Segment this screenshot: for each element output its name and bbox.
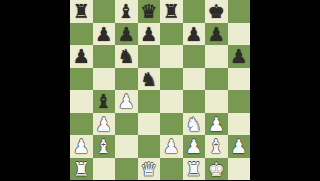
square-e5[interactable] xyxy=(160,68,183,91)
piece-white-pawn[interactable]: ♟ xyxy=(95,113,112,135)
piece-white-bishop[interactable]: ♝ xyxy=(95,135,112,157)
piece-white-knight[interactable]: ♞ xyxy=(185,113,202,135)
piece-white-pawn[interactable]: ♟ xyxy=(230,135,247,157)
square-h5[interactable] xyxy=(228,68,251,91)
piece-white-pawn[interactable]: ♟ xyxy=(73,135,90,157)
piece-black-pawn[interactable]: ♟ xyxy=(185,23,202,45)
square-a4[interactable] xyxy=(70,90,93,113)
square-d3[interactable] xyxy=(138,113,161,136)
piece-black-pawn[interactable]: ♟ xyxy=(73,45,90,67)
square-g7[interactable]: ♟ xyxy=(205,23,228,46)
square-f8[interactable] xyxy=(183,0,206,23)
piece-black-knight[interactable]: ♞ xyxy=(140,68,157,90)
square-g6[interactable] xyxy=(205,45,228,68)
square-f6[interactable] xyxy=(183,45,206,68)
piece-white-pawn[interactable]: ♟ xyxy=(118,90,135,112)
piece-black-knight[interactable]: ♞ xyxy=(118,45,135,67)
piece-black-pawn[interactable]: ♟ xyxy=(140,23,157,45)
square-e4[interactable] xyxy=(160,90,183,113)
square-h6[interactable]: ♟ xyxy=(228,45,251,68)
square-h8[interactable] xyxy=(228,0,251,23)
piece-black-pawn[interactable]: ♟ xyxy=(208,23,225,45)
square-b3[interactable]: ♟ xyxy=(93,113,116,136)
square-a6[interactable]: ♟ xyxy=(70,45,93,68)
piece-black-bishop[interactable]: ♝ xyxy=(95,90,112,112)
square-c7[interactable]: ♟ xyxy=(115,23,138,46)
piece-white-king[interactable]: ♚ xyxy=(208,158,225,180)
piece-black-rook[interactable]: ♜ xyxy=(163,0,180,22)
piece-white-pawn[interactable]: ♟ xyxy=(208,113,225,135)
square-f3[interactable]: ♞ xyxy=(183,113,206,136)
square-e1[interactable] xyxy=(160,158,183,181)
square-d5[interactable]: ♞ xyxy=(138,68,161,91)
square-b8[interactable] xyxy=(93,0,116,23)
square-c2[interactable] xyxy=(115,135,138,158)
square-b4[interactable]: ♝ xyxy=(93,90,116,113)
square-b1[interactable] xyxy=(93,158,116,181)
app-screen: ♜♝♛♜♚♟♟♟♟♟♟♞♟♞♝♟♟♞♟♟♝♟♟♝♟♜♛♜♚ xyxy=(0,0,320,180)
square-d4[interactable] xyxy=(138,90,161,113)
square-f2[interactable]: ♟ xyxy=(183,135,206,158)
square-h7[interactable] xyxy=(228,23,251,46)
square-d2[interactable] xyxy=(138,135,161,158)
square-a1[interactable]: ♜ xyxy=(70,158,93,181)
square-a7[interactable] xyxy=(70,23,93,46)
square-e2[interactable]: ♟ xyxy=(160,135,183,158)
square-a8[interactable]: ♜ xyxy=(70,0,93,23)
square-g8[interactable]: ♚ xyxy=(205,0,228,23)
square-b6[interactable] xyxy=(93,45,116,68)
square-f7[interactable]: ♟ xyxy=(183,23,206,46)
square-h3[interactable] xyxy=(228,113,251,136)
square-d8[interactable]: ♛ xyxy=(138,0,161,23)
square-f4[interactable] xyxy=(183,90,206,113)
square-e3[interactable] xyxy=(160,113,183,136)
piece-white-rook[interactable]: ♜ xyxy=(73,158,90,180)
square-d6[interactable] xyxy=(138,45,161,68)
piece-white-pawn[interactable]: ♟ xyxy=(163,135,180,157)
piece-white-rook[interactable]: ♜ xyxy=(185,158,202,180)
square-d1[interactable]: ♛ xyxy=(138,158,161,181)
square-c1[interactable] xyxy=(115,158,138,181)
square-c8[interactable]: ♝ xyxy=(115,0,138,23)
square-f1[interactable]: ♜ xyxy=(183,158,206,181)
square-g2[interactable]: ♝ xyxy=(205,135,228,158)
square-c3[interactable] xyxy=(115,113,138,136)
piece-black-bishop[interactable]: ♝ xyxy=(118,0,135,22)
square-b2[interactable]: ♝ xyxy=(93,135,116,158)
piece-black-pawn[interactable]: ♟ xyxy=(95,23,112,45)
chess-board[interactable]: ♜♝♛♜♚♟♟♟♟♟♟♞♟♞♝♟♟♞♟♟♝♟♟♝♟♜♛♜♚ xyxy=(70,0,250,180)
square-a2[interactable]: ♟ xyxy=(70,135,93,158)
square-e8[interactable]: ♜ xyxy=(160,0,183,23)
square-a5[interactable] xyxy=(70,68,93,91)
piece-black-rook[interactable]: ♜ xyxy=(73,0,90,22)
square-h1[interactable] xyxy=(228,158,251,181)
square-e6[interactable] xyxy=(160,45,183,68)
piece-white-queen[interactable]: ♛ xyxy=(140,158,157,180)
square-g4[interactable] xyxy=(205,90,228,113)
square-g3[interactable]: ♟ xyxy=(205,113,228,136)
square-e7[interactable] xyxy=(160,23,183,46)
square-f5[interactable] xyxy=(183,68,206,91)
piece-white-bishop[interactable]: ♝ xyxy=(208,135,225,157)
square-b5[interactable] xyxy=(93,68,116,91)
square-h4[interactable] xyxy=(228,90,251,113)
square-c4[interactable]: ♟ xyxy=(115,90,138,113)
piece-black-queen[interactable]: ♛ xyxy=(140,0,157,22)
square-c5[interactable] xyxy=(115,68,138,91)
letterbox-right xyxy=(250,0,320,180)
square-g5[interactable] xyxy=(205,68,228,91)
square-d7[interactable]: ♟ xyxy=(138,23,161,46)
square-a3[interactable] xyxy=(70,113,93,136)
letterbox-left xyxy=(0,0,70,180)
piece-black-pawn[interactable]: ♟ xyxy=(118,23,135,45)
piece-black-pawn[interactable]: ♟ xyxy=(230,45,247,67)
square-g1[interactable]: ♚ xyxy=(205,158,228,181)
square-h2[interactable]: ♟ xyxy=(228,135,251,158)
square-b7[interactable]: ♟ xyxy=(93,23,116,46)
piece-black-king[interactable]: ♚ xyxy=(208,0,225,22)
square-c6[interactable]: ♞ xyxy=(115,45,138,68)
piece-white-pawn[interactable]: ♟ xyxy=(185,135,202,157)
